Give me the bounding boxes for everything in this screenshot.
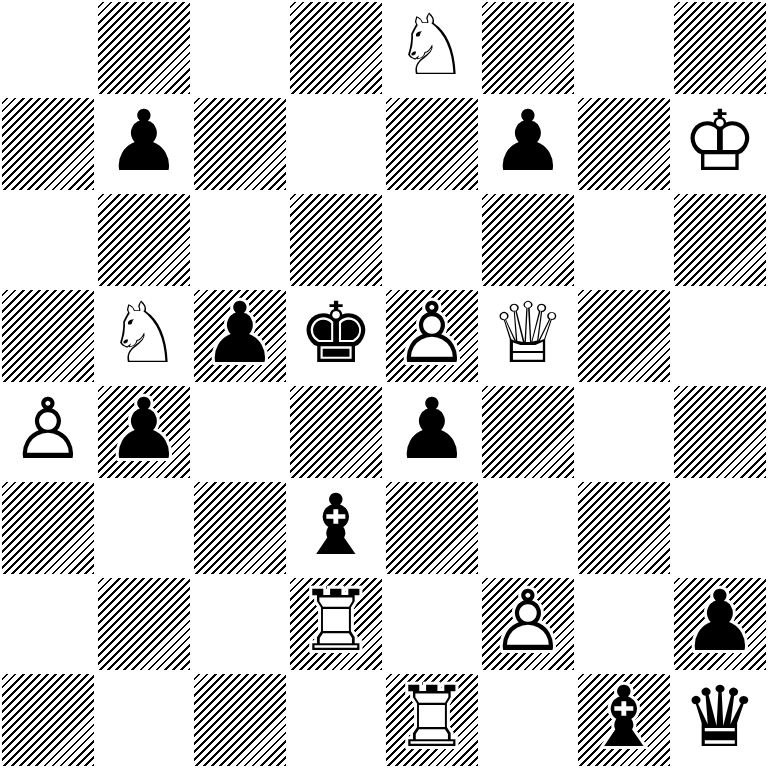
piece-white-pawn: ♟♙ [0, 384, 96, 480]
square-a5[interactable] [0, 288, 96, 384]
square-a7[interactable] [0, 96, 96, 192]
piece-black-bishop: ♝♝ [576, 672, 672, 768]
square-b2[interactable] [96, 576, 192, 672]
square-h4[interactable] [672, 384, 768, 480]
square-d2[interactable]: ♜♖ [288, 576, 384, 672]
square-c2[interactable] [192, 576, 288, 672]
square-f6[interactable] [480, 192, 576, 288]
square-h6[interactable] [672, 192, 768, 288]
chess-board: ♞♘♟♟♟♟♚♔♞♘♟♟♚♚♟♙♛♕♟♙♟♟♟♟♝♝♜♖♟♙♟♟♜♖♝♝♛♛ [0, 0, 768, 768]
square-c1[interactable] [192, 672, 288, 768]
square-c5[interactable]: ♟♟ [192, 288, 288, 384]
square-c4[interactable] [192, 384, 288, 480]
square-c3[interactable] [192, 480, 288, 576]
piece-glyph: ♟ [672, 573, 768, 669]
square-g1[interactable]: ♝♝ [576, 672, 672, 768]
square-c7[interactable] [192, 96, 288, 192]
square-b4[interactable]: ♟♟ [96, 384, 192, 480]
piece-black-bishop: ♝♝ [288, 480, 384, 576]
piece-black-pawn: ♟♟ [672, 576, 768, 672]
square-g2[interactable] [576, 576, 672, 672]
piece-black-queen: ♛♛ [672, 672, 768, 768]
square-e7[interactable] [384, 96, 480, 192]
square-e4[interactable]: ♟♟ [384, 384, 480, 480]
square-e2[interactable] [384, 576, 480, 672]
piece-glyph: ♖ [288, 573, 384, 669]
square-a3[interactable] [0, 480, 96, 576]
square-d3[interactable]: ♝♝ [288, 480, 384, 576]
piece-glyph: ♟ [480, 93, 576, 189]
piece-glyph: ♘ [384, 0, 480, 93]
square-e1[interactable]: ♜♖ [384, 672, 480, 768]
piece-glyph: ♟ [192, 285, 288, 381]
square-d8[interactable] [288, 0, 384, 96]
piece-white-pawn: ♟♙ [480, 576, 576, 672]
square-d1[interactable] [288, 672, 384, 768]
square-f2[interactable]: ♟♙ [480, 576, 576, 672]
square-d4[interactable] [288, 384, 384, 480]
square-c8[interactable] [192, 0, 288, 96]
piece-glyph: ♟ [96, 93, 192, 189]
square-h3[interactable] [672, 480, 768, 576]
square-g5[interactable] [576, 288, 672, 384]
square-b8[interactable] [96, 0, 192, 96]
piece-black-pawn: ♟♟ [96, 96, 192, 192]
piece-glyph: ♙ [384, 285, 480, 381]
square-d5[interactable]: ♚♚ [288, 288, 384, 384]
square-g3[interactable] [576, 480, 672, 576]
piece-white-queen: ♛♕ [480, 288, 576, 384]
square-g7[interactable] [576, 96, 672, 192]
square-h8[interactable] [672, 0, 768, 96]
square-h2[interactable]: ♟♟ [672, 576, 768, 672]
square-h5[interactable] [672, 288, 768, 384]
square-f5[interactable]: ♛♕ [480, 288, 576, 384]
square-g6[interactable] [576, 192, 672, 288]
piece-black-pawn: ♟♟ [96, 384, 192, 480]
piece-glyph: ♕ [480, 285, 576, 381]
piece-glyph: ♝ [288, 477, 384, 573]
square-f7[interactable]: ♟♟ [480, 96, 576, 192]
piece-black-king: ♚♚ [288, 288, 384, 384]
square-e6[interactable] [384, 192, 480, 288]
square-a1[interactable] [0, 672, 96, 768]
piece-glyph: ♙ [0, 381, 96, 477]
square-e5[interactable]: ♟♙ [384, 288, 480, 384]
square-b1[interactable] [96, 672, 192, 768]
piece-glyph: ♚ [288, 285, 384, 381]
piece-glyph: ♘ [96, 285, 192, 381]
square-d6[interactable] [288, 192, 384, 288]
piece-white-knight: ♞♘ [96, 288, 192, 384]
piece-black-pawn: ♟♟ [384, 384, 480, 480]
square-f8[interactable] [480, 0, 576, 96]
square-f1[interactable] [480, 672, 576, 768]
square-b7[interactable]: ♟♟ [96, 96, 192, 192]
piece-white-rook: ♜♖ [384, 672, 480, 768]
square-b5[interactable]: ♞♘ [96, 288, 192, 384]
piece-glyph: ♟ [96, 381, 192, 477]
piece-black-pawn: ♟♟ [480, 96, 576, 192]
square-f4[interactable] [480, 384, 576, 480]
piece-glyph: ♝ [576, 669, 672, 765]
piece-glyph: ♔ [672, 93, 768, 189]
piece-white-pawn: ♟♙ [384, 288, 480, 384]
piece-white-rook: ♜♖ [288, 576, 384, 672]
square-b3[interactable] [96, 480, 192, 576]
square-d7[interactable] [288, 96, 384, 192]
piece-glyph: ♖ [384, 669, 480, 765]
piece-white-knight: ♞♘ [384, 0, 480, 96]
square-b6[interactable] [96, 192, 192, 288]
square-h7[interactable]: ♚♔ [672, 96, 768, 192]
square-a8[interactable] [0, 0, 96, 96]
square-c6[interactable] [192, 192, 288, 288]
square-a4[interactable]: ♟♙ [0, 384, 96, 480]
square-h1[interactable]: ♛♛ [672, 672, 768, 768]
piece-glyph: ♙ [480, 573, 576, 669]
piece-glyph: ♟ [384, 381, 480, 477]
square-g4[interactable] [576, 384, 672, 480]
square-a2[interactable] [0, 576, 96, 672]
square-e8[interactable]: ♞♘ [384, 0, 480, 96]
piece-black-pawn: ♟♟ [192, 288, 288, 384]
square-g8[interactable] [576, 0, 672, 96]
square-a6[interactable] [0, 192, 96, 288]
square-e3[interactable] [384, 480, 480, 576]
square-f3[interactable] [480, 480, 576, 576]
piece-glyph: ♛ [672, 669, 768, 765]
piece-white-king: ♚♔ [672, 96, 768, 192]
